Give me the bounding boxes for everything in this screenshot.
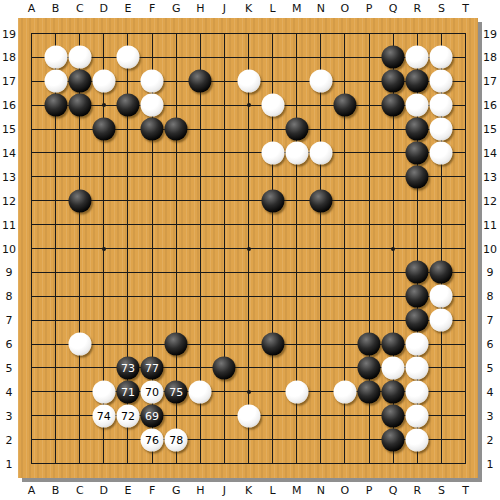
stone-black-J5: [213, 356, 236, 379]
stone-white-N17: [309, 70, 332, 93]
stone-black-Q18: [382, 46, 405, 69]
stone-black-R7: [406, 309, 429, 332]
column-label-bottom-B: B: [52, 485, 60, 496]
stone-white-R5: [406, 356, 429, 379]
row-label-left-15: 15: [2, 124, 16, 135]
row-label-left-13: 13: [2, 171, 16, 182]
column-label-top-H: H: [196, 3, 204, 14]
stone-white-S14: [430, 141, 453, 164]
row-label-left-14: 14: [2, 147, 16, 158]
column-label-bottom-L: L: [270, 485, 276, 496]
stone-black-P6: [358, 333, 381, 356]
row-label-right-17: 17: [483, 76, 497, 87]
stone-white-F16: [141, 94, 164, 117]
row-label-right-16: 16: [483, 100, 497, 111]
column-label-top-L: L: [270, 3, 276, 14]
stone-white-H4: [189, 380, 212, 403]
column-label-bottom-P: P: [366, 485, 373, 496]
row-label-right-15: 15: [483, 124, 497, 135]
column-label-top-T: T: [462, 3, 469, 14]
stone-white-R18: [406, 46, 429, 69]
row-label-left-6: 6: [6, 339, 13, 350]
go-board[interactable]: 73777170757472697678: [18, 18, 478, 478]
stone-black-N12: [309, 189, 332, 212]
row-label-left-5: 5: [6, 362, 13, 373]
stone-black-C16: [68, 94, 91, 117]
move-number-71: 71: [121, 386, 135, 397]
stone-white-R4: [406, 380, 429, 403]
column-label-bottom-A: A: [28, 485, 36, 496]
move-number-69: 69: [145, 410, 159, 421]
column-label-top-Q: Q: [389, 3, 398, 14]
column-label-top-P: P: [366, 3, 373, 14]
grid-line-horizontal: [31, 463, 466, 464]
stone-white-S18: [430, 46, 453, 69]
column-label-bottom-O: O: [341, 485, 350, 496]
stone-white-O4: [333, 380, 356, 403]
row-label-left-9: 9: [6, 267, 13, 278]
stone-white-R6: [406, 333, 429, 356]
column-label-top-E: E: [124, 3, 131, 14]
stone-black-H17: [189, 70, 212, 93]
column-label-bottom-G: G: [172, 485, 181, 496]
stone-black-S9: [430, 261, 453, 284]
page: ABCDEFGHJKLMNOPQRST ABCDEFGHJKLMNOPQRST …: [0, 0, 500, 500]
column-label-top-S: S: [438, 3, 445, 14]
row-label-left-18: 18: [2, 52, 16, 63]
move-number-76: 76: [145, 434, 159, 445]
stone-black-L6: [261, 333, 284, 356]
row-label-right-11: 11: [483, 219, 497, 230]
stone-white-R2: [406, 428, 429, 451]
stone-black-R17: [406, 70, 429, 93]
stone-black-L12: [261, 189, 284, 212]
stone-white-E3: 72: [116, 404, 139, 427]
row-label-right-10: 10: [483, 243, 497, 254]
row-label-right-12: 12: [483, 195, 497, 206]
column-label-bottom-K: K: [245, 485, 252, 496]
stone-black-O16: [333, 94, 356, 117]
column-label-bottom-M: M: [292, 485, 302, 496]
row-label-left-8: 8: [6, 291, 13, 302]
row-label-right-13: 13: [483, 171, 497, 182]
stone-white-M4: [285, 380, 308, 403]
stone-black-C12: [68, 189, 91, 212]
stone-black-F3: 69: [141, 404, 164, 427]
column-label-top-K: K: [245, 3, 252, 14]
row-label-right-19: 19: [483, 28, 497, 39]
row-label-right-1: 1: [487, 458, 494, 469]
stone-white-S16: [430, 94, 453, 117]
stone-black-G6: [165, 333, 188, 356]
stone-white-S8: [430, 285, 453, 308]
grid-line-horizontal: [31, 272, 466, 273]
move-number-77: 77: [145, 362, 159, 373]
column-label-bottom-H: H: [196, 485, 204, 496]
column-label-top-A: A: [28, 3, 36, 14]
row-label-left-2: 2: [6, 434, 13, 445]
stone-white-B18: [44, 46, 67, 69]
row-label-left-1: 1: [6, 458, 13, 469]
stone-white-R3: [406, 404, 429, 427]
stone-white-C6: [68, 333, 91, 356]
stone-black-F5: 77: [141, 356, 164, 379]
stone-black-C17: [68, 70, 91, 93]
star-point-K4: [247, 390, 251, 394]
stone-white-K17: [237, 70, 260, 93]
stone-white-C18: [68, 46, 91, 69]
column-label-bottom-E: E: [124, 485, 131, 496]
row-label-left-17: 17: [2, 76, 16, 87]
stone-white-D3: 74: [92, 404, 115, 427]
column-label-top-O: O: [341, 3, 350, 14]
column-label-bottom-J: J: [223, 485, 226, 496]
row-label-right-3: 3: [487, 410, 494, 421]
stone-white-L14: [261, 141, 284, 164]
stone-black-Q2: [382, 428, 405, 451]
stone-white-L16: [261, 94, 284, 117]
stone-white-R16: [406, 94, 429, 117]
move-number-74: 74: [97, 410, 111, 421]
move-number-75: 75: [169, 386, 183, 397]
row-label-right-18: 18: [483, 52, 497, 63]
column-label-bottom-F: F: [149, 485, 155, 496]
stone-white-Q5: [382, 356, 405, 379]
stone-black-G4: 75: [165, 380, 188, 403]
column-label-bottom-D: D: [100, 485, 108, 496]
stone-white-F17: [141, 70, 164, 93]
row-label-right-14: 14: [483, 147, 497, 158]
row-label-left-3: 3: [6, 410, 13, 421]
column-label-top-B: B: [52, 3, 60, 14]
row-label-left-19: 19: [2, 28, 16, 39]
stone-black-R14: [406, 141, 429, 164]
column-label-bottom-C: C: [76, 485, 84, 496]
row-label-left-7: 7: [6, 315, 13, 326]
stone-black-G15: [165, 118, 188, 141]
star-point-K16: [247, 103, 251, 107]
grid-line-vertical: [465, 33, 466, 464]
stone-white-K3: [237, 404, 260, 427]
row-label-right-4: 4: [487, 386, 494, 397]
row-label-right-9: 9: [487, 267, 494, 278]
row-label-left-11: 11: [2, 219, 16, 230]
column-label-bottom-N: N: [317, 485, 325, 496]
stone-black-P5: [358, 356, 381, 379]
row-label-right-8: 8: [487, 291, 494, 302]
row-label-left-16: 16: [2, 100, 16, 111]
star-point-D10: [102, 247, 106, 251]
row-label-right-5: 5: [487, 362, 494, 373]
stone-black-Q4: [382, 380, 405, 403]
stone-black-Q16: [382, 94, 405, 117]
grid-line-vertical: [320, 33, 321, 464]
row-label-left-10: 10: [2, 243, 16, 254]
stone-white-D17: [92, 70, 115, 93]
stone-white-S7: [430, 309, 453, 332]
row-label-right-7: 7: [487, 315, 494, 326]
move-number-78: 78: [169, 434, 183, 445]
stone-black-Q3: [382, 404, 405, 427]
grid-line-horizontal: [31, 320, 466, 321]
stone-white-M14: [285, 141, 308, 164]
stone-white-D4: [92, 380, 115, 403]
stone-black-R9: [406, 261, 429, 284]
column-label-top-R: R: [413, 3, 421, 14]
move-number-73: 73: [121, 362, 135, 373]
row-label-left-12: 12: [2, 195, 16, 206]
stone-black-B16: [44, 94, 67, 117]
column-label-bottom-S: S: [438, 485, 445, 496]
column-label-top-N: N: [317, 3, 325, 14]
stone-black-E5: 73: [116, 356, 139, 379]
stone-black-P4: [358, 380, 381, 403]
stone-black-F15: [141, 118, 164, 141]
stone-white-N14: [309, 141, 332, 164]
stone-black-R8: [406, 285, 429, 308]
row-label-right-2: 2: [487, 434, 494, 445]
stone-white-F4: 70: [141, 380, 164, 403]
stone-black-M15: [285, 118, 308, 141]
stone-black-E16: [116, 94, 139, 117]
column-label-top-M: M: [292, 3, 302, 14]
column-label-bottom-R: R: [413, 485, 421, 496]
move-number-72: 72: [121, 410, 135, 421]
stone-black-Q6: [382, 333, 405, 356]
stone-black-R15: [406, 118, 429, 141]
stone-white-E18: [116, 46, 139, 69]
column-label-top-C: C: [76, 3, 84, 14]
column-label-bottom-T: T: [462, 485, 469, 496]
stone-white-S17: [430, 70, 453, 93]
star-point-K10: [247, 247, 251, 251]
stone-white-S15: [430, 118, 453, 141]
stone-black-Q17: [382, 70, 405, 93]
stone-black-D15: [92, 118, 115, 141]
star-point-Q10: [391, 247, 395, 251]
column-label-top-D: D: [100, 3, 108, 14]
star-point-D16: [102, 103, 106, 107]
stone-black-R13: [406, 165, 429, 188]
stone-black-E4: 71: [116, 380, 139, 403]
grid-line-horizontal: [31, 296, 466, 297]
row-label-right-6: 6: [487, 339, 494, 350]
move-number-70: 70: [145, 386, 159, 397]
column-label-top-G: G: [172, 3, 181, 14]
row-label-left-4: 4: [6, 386, 13, 397]
stone-white-F2: 76: [141, 428, 164, 451]
column-label-top-F: F: [149, 3, 155, 14]
column-label-top-J: J: [223, 3, 226, 14]
stone-white-B17: [44, 70, 67, 93]
column-label-bottom-Q: Q: [389, 485, 398, 496]
stone-white-G2: 78: [165, 428, 188, 451]
